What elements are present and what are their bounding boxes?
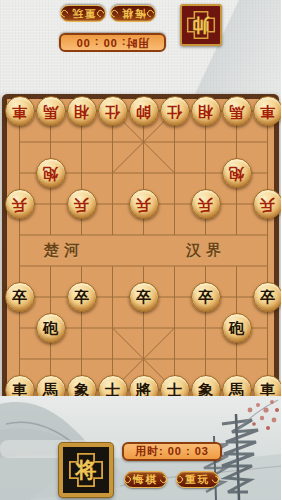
piece-character: 馬 (43, 104, 58, 119)
piece-red[interactable]: 炮 (222, 158, 252, 188)
xiangqi-board[interactable]: 楚河 汉界 車馬相仕帥仕相馬車炮炮兵兵兵兵兵卒卒卒卒卒砲砲車馬象士將士象馬車 (2, 94, 279, 402)
piece-red[interactable]: 相 (67, 96, 97, 126)
piece-black[interactable]: 卒 (5, 282, 35, 312)
piece-red[interactable]: 兵 (5, 189, 35, 219)
piece-character: 馬 (229, 104, 244, 119)
piece-character: 卒 (136, 290, 151, 305)
piece-character: 仕 (105, 104, 120, 119)
piece-character: 帥 (136, 104, 151, 119)
restart-game-button[interactable]: 重玩 (176, 471, 219, 488)
piece-character: 卒 (198, 290, 213, 305)
player-side-badge: 将 (59, 443, 113, 497)
piece-black[interactable]: 卒 (67, 282, 97, 312)
piece-red[interactable]: 相 (191, 96, 221, 126)
piece-red[interactable]: 車 (5, 96, 35, 126)
piece-red[interactable]: 兵 (191, 189, 221, 219)
opponent-restart-button[interactable]: 重玩 (60, 5, 106, 22)
piece-character: 兵 (12, 197, 27, 212)
piece-character: 兵 (260, 197, 275, 212)
piece-character: 炮 (229, 166, 244, 181)
piece-red[interactable]: 仕 (160, 96, 190, 126)
piece-character: 車 (260, 104, 275, 119)
piece-black[interactable]: 砲 (36, 313, 66, 343)
piece-character: 相 (74, 104, 89, 119)
opponent-timer: 用时: 00 : 00 (59, 33, 166, 52)
xiangqi-app: 重玩 悔棋 用时: 00 : 00 帅 楚河 汉界 車馬相仕帥仕相馬車炮炮 (0, 0, 281, 500)
piece-red[interactable]: 兵 (253, 189, 282, 219)
piece-character: 車 (12, 104, 27, 119)
piece-character: 兵 (136, 197, 151, 212)
black-general-badge-character: 将 (76, 456, 97, 484)
piece-black[interactable]: 卒 (129, 282, 159, 312)
piece-black[interactable]: 卒 (253, 282, 282, 312)
piece-red[interactable]: 帥 (129, 96, 159, 126)
piece-red[interactable]: 馬 (36, 96, 66, 126)
piece-character: 砲 (43, 321, 58, 336)
piece-character: 卒 (74, 290, 89, 305)
player-timer: 用时: 00 : 03 (122, 442, 222, 461)
opponent-undo-button[interactable]: 悔棋 (110, 5, 156, 22)
piece-character: 砲 (229, 321, 244, 336)
piece-character: 仕 (167, 104, 182, 119)
piece-character: 炮 (43, 166, 58, 181)
piece-character: 相 (198, 104, 213, 119)
piece-character: 卒 (260, 290, 275, 305)
piece-character: 卒 (12, 290, 27, 305)
piece-red[interactable]: 馬 (222, 96, 252, 126)
river-label-chu: 楚河 (44, 241, 84, 260)
piece-red[interactable]: 兵 (129, 189, 159, 219)
piece-red[interactable]: 兵 (67, 189, 97, 219)
piece-character: 兵 (74, 197, 89, 212)
piece-red[interactable]: 炮 (36, 158, 66, 188)
piece-red[interactable]: 仕 (98, 96, 128, 126)
piece-black[interactable]: 砲 (222, 313, 252, 343)
undo-move-button[interactable]: 悔棋 (124, 471, 167, 488)
red-general-badge-character: 帅 (192, 13, 210, 37)
opponent-side-badge: 帅 (180, 4, 222, 46)
river-label-han: 汉界 (186, 241, 226, 260)
piece-black[interactable]: 卒 (191, 282, 221, 312)
piece-character: 兵 (198, 197, 213, 212)
piece-red[interactable]: 車 (253, 96, 282, 126)
